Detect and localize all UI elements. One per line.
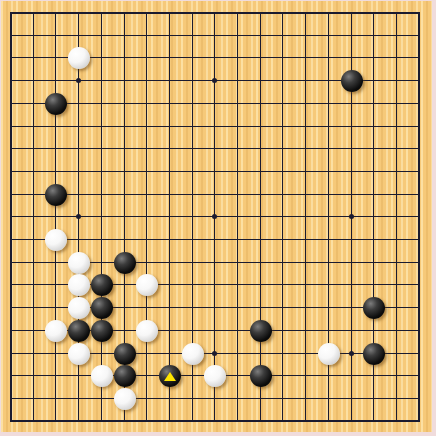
white-stone: [68, 343, 90, 365]
white-stone: [182, 343, 204, 365]
go-app-window: [0, 0, 436, 436]
go-board[interactable]: [0, 0, 436, 436]
star-point: [212, 214, 217, 219]
black-stone: [91, 320, 113, 342]
white-stone: [136, 320, 158, 342]
board-grid-line-vertical: [237, 12, 238, 423]
black-stone: [363, 297, 385, 319]
black-stone: [250, 320, 272, 342]
black-stone: [91, 274, 113, 296]
last-move-triangle-marker: [164, 372, 176, 381]
star-point: [212, 78, 217, 83]
white-stone: [68, 252, 90, 274]
white-stone: [68, 297, 90, 319]
board-grid-line-vertical: [282, 12, 283, 423]
black-stone: [159, 365, 181, 387]
white-stone: [136, 274, 158, 296]
black-stone: [68, 320, 90, 342]
board-grid-line-horizontal: [10, 398, 421, 399]
board-grid-line-vertical: [396, 12, 397, 423]
board-grid-line-horizontal: [10, 420, 421, 422]
white-stone: [204, 365, 226, 387]
star-point: [349, 214, 354, 219]
star-point: [349, 351, 354, 356]
star-point: [212, 351, 217, 356]
star-point: [76, 214, 81, 219]
black-stone: [341, 70, 363, 92]
black-stone: [91, 297, 113, 319]
star-point: [76, 78, 81, 83]
white-stone: [45, 229, 67, 251]
black-stone: [114, 365, 136, 387]
board-grid-line-vertical: [418, 12, 420, 423]
white-stone: [68, 47, 90, 69]
black-stone: [114, 343, 136, 365]
board-grid-line-vertical: [305, 12, 306, 423]
white-stone: [45, 320, 67, 342]
board-grid-line-horizontal: [10, 239, 421, 240]
black-stone: [45, 184, 67, 206]
white-stone: [68, 274, 90, 296]
board-grid-line-vertical: [260, 12, 261, 423]
black-stone: [114, 252, 136, 274]
black-stone: [363, 343, 385, 365]
black-stone: [250, 365, 272, 387]
white-stone: [318, 343, 340, 365]
black-stone: [45, 93, 67, 115]
white-stone: [91, 365, 113, 387]
white-stone: [114, 388, 136, 410]
